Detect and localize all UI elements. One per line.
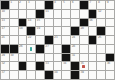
grid-cell[interactable]: 4 [54, 1, 62, 9]
grid-cell[interactable] [27, 45, 35, 53]
grid-cell[interactable]: 21 [1, 36, 9, 44]
grid-cell[interactable]: 10 [1, 10, 9, 18]
clue-number: 13 [2, 19, 5, 22]
clue-number: 25 [98, 36, 101, 39]
grid-cell[interactable] [36, 54, 44, 62]
clue-number: 38 [54, 71, 57, 74]
grid-cell[interactable] [45, 27, 53, 35]
grid-cell[interactable] [97, 62, 105, 70]
clue-number: 35 [80, 62, 83, 65]
grid-cell[interactable] [45, 19, 53, 27]
grid-cell[interactable]: 5 [62, 1, 70, 9]
grid-cell[interactable] [36, 71, 44, 79]
clue-number: 17 [2, 27, 5, 30]
grid-cell[interactable] [62, 27, 70, 35]
clue-number: 23 [54, 36, 57, 39]
black-square [80, 1, 88, 9]
clue-number: 30 [10, 54, 13, 57]
grid-cell[interactable] [10, 10, 18, 18]
grid-cell[interactable]: 30 [10, 54, 18, 62]
grid-cell[interactable] [10, 36, 18, 44]
grid-cell[interactable] [71, 19, 79, 27]
grid-cell[interactable] [62, 71, 70, 79]
clue-number: 4 [54, 1, 56, 4]
grid-cell[interactable] [80, 10, 88, 18]
black-square [36, 62, 44, 70]
grid-cell[interactable]: 35 [80, 62, 88, 70]
grid-cell[interactable]: 20 [80, 27, 88, 35]
clue-number: 15 [37, 19, 40, 22]
grid-cell[interactable] [106, 10, 114, 18]
clue-number: 1 [10, 1, 12, 4]
grid-cell[interactable]: 2 [19, 1, 27, 9]
grid-cell[interactable]: 29 [1, 54, 9, 62]
grid-cell[interactable] [97, 54, 105, 62]
black-square [71, 62, 79, 70]
black-square [36, 45, 44, 53]
black-square [71, 27, 79, 35]
grid-cell[interactable] [36, 36, 44, 44]
grid-cell[interactable]: 25 [97, 36, 105, 44]
grid-cell[interactable]: 9 [106, 1, 114, 9]
grid-cell[interactable]: 26 [19, 45, 27, 53]
clue-number: 10 [2, 10, 5, 13]
grid-cell[interactable]: 14 [27, 19, 35, 27]
clue-number: 9 [107, 1, 109, 4]
black-square [36, 10, 44, 18]
black-square [45, 71, 53, 79]
grid-cell[interactable] [27, 62, 35, 70]
grid-cell[interactable]: 12 [97, 10, 105, 18]
grid-cell[interactable]: 27 [45, 45, 53, 53]
grid-cell[interactable] [54, 62, 62, 70]
crossword-screenshot: 1234567891011121314151617181920212223242… [0, 0, 115, 80]
grid-cell[interactable]: 18 [19, 27, 27, 35]
clue-number: 16 [89, 19, 92, 22]
clue-number: 39 [80, 71, 83, 74]
grid-cell[interactable] [19, 71, 27, 79]
grid-cell[interactable] [106, 45, 114, 53]
grid-cell[interactable] [27, 54, 35, 62]
grid-cell[interactable] [19, 10, 27, 18]
black-square [19, 19, 27, 27]
black-square [62, 54, 70, 62]
grid-cell[interactable]: 13 [1, 19, 9, 27]
clue-number: 7 [89, 1, 91, 4]
grid-cell[interactable]: 36 [106, 62, 114, 70]
grid-cell[interactable]: 11 [45, 10, 53, 18]
grid-cell[interactable]: 34 [62, 62, 70, 70]
grid-cell[interactable] [89, 71, 97, 79]
grid-cell[interactable]: 1 [10, 1, 18, 9]
grid-cell[interactable] [54, 45, 62, 53]
grid-cell[interactable] [97, 45, 105, 53]
grid-cell[interactable] [97, 71, 105, 79]
black-square [27, 27, 35, 35]
grid-cell[interactable] [97, 19, 105, 27]
grid-cell[interactable] [106, 71, 114, 79]
grid-cell[interactable] [89, 62, 97, 70]
black-square [62, 45, 70, 53]
black-square [89, 36, 97, 44]
grid-cell[interactable] [106, 36, 114, 44]
clue-number: 6 [72, 1, 74, 4]
grid-cell[interactable] [54, 27, 62, 35]
clue-number: 27 [45, 45, 48, 48]
grid-cell[interactable]: 17 [1, 27, 9, 35]
clue-number: 26 [19, 45, 22, 48]
grid-cell[interactable]: 3 [27, 1, 35, 9]
grid-cell[interactable]: 8 [97, 1, 105, 9]
clue-number: 24 [72, 36, 75, 39]
grid-cell[interactable] [71, 10, 79, 18]
grid-cell[interactable] [80, 36, 88, 44]
grid-cell[interactable]: 38 [54, 71, 62, 79]
black-square [1, 1, 9, 9]
clue-number: 32 [2, 62, 5, 65]
grid-cell[interactable] [89, 54, 97, 62]
black-square [106, 54, 114, 62]
teal-pencil-mark [30, 47, 33, 51]
grid-cell[interactable] [62, 19, 70, 27]
clue-number: 20 [80, 27, 83, 30]
grid-cell[interactable] [80, 54, 88, 62]
grid-cell[interactable]: 31 [71, 54, 79, 62]
grid-cell[interactable]: 28 [71, 45, 79, 53]
grid-cell[interactable] [80, 45, 88, 53]
grid-cell[interactable] [45, 54, 53, 62]
grid-cell[interactable]: 22 [27, 36, 35, 44]
clue-number: 21 [2, 36, 5, 39]
clue-number: 22 [28, 36, 31, 39]
grid-cell[interactable] [10, 27, 18, 35]
black-square [1, 45, 9, 53]
grid-cell[interactable] [19, 54, 27, 62]
grid-cell[interactable] [106, 27, 114, 35]
grid-cell[interactable]: 33 [45, 62, 53, 70]
grid-cell[interactable] [54, 19, 62, 27]
clue-number: 29 [2, 54, 5, 57]
black-square [10, 45, 18, 53]
black-square [45, 36, 53, 44]
grid-cell[interactable]: 15 [36, 19, 44, 27]
grid-cell[interactable] [89, 27, 97, 35]
clue-number: 18 [19, 27, 22, 30]
grid-cell[interactable] [10, 62, 18, 70]
clue-number: 19 [37, 27, 40, 30]
clue-number: 28 [72, 45, 75, 48]
red-pencil-mark [82, 65, 85, 69]
grid-cell[interactable]: 19 [36, 27, 44, 35]
clue-number: 8 [98, 1, 100, 4]
clue-number: 2 [19, 1, 21, 4]
crossword-grid: 1234567891011121314151617181920212223242… [0, 0, 115, 80]
grid-cell[interactable]: 37 [1, 71, 9, 79]
black-square [80, 19, 88, 27]
clue-number: 37 [2, 71, 5, 74]
grid-cell[interactable]: 24 [71, 36, 79, 44]
grid-cell[interactable] [19, 36, 27, 44]
grid-cell[interactable] [10, 71, 18, 79]
clue-number: 36 [107, 62, 110, 65]
clue-number: 33 [45, 62, 48, 65]
grid-cell[interactable] [89, 45, 97, 53]
black-square [19, 62, 27, 70]
black-square [45, 1, 53, 9]
grid-cell[interactable] [36, 1, 44, 9]
grid-cell[interactable] [106, 19, 114, 27]
clue-number: 5 [63, 1, 65, 4]
clue-number: 31 [72, 54, 75, 57]
grid-cell[interactable] [62, 36, 70, 44]
clue-number: 11 [45, 10, 48, 13]
black-square [71, 71, 79, 79]
grid-cell[interactable] [27, 71, 35, 79]
clue-number: 12 [98, 10, 101, 13]
grid-cell[interactable]: 39 [80, 71, 88, 79]
grid-cell[interactable] [10, 19, 18, 27]
grid-cell[interactable] [27, 10, 35, 18]
black-square [97, 27, 105, 35]
grid-cell[interactable] [62, 10, 70, 18]
grid-cell[interactable]: 16 [89, 19, 97, 27]
clue-number: 14 [28, 19, 31, 22]
grid-cell[interactable] [54, 10, 62, 18]
grid-cell[interactable]: 23 [54, 36, 62, 44]
clue-number: 34 [63, 62, 66, 65]
black-square [89, 10, 97, 18]
grid-cell[interactable]: 6 [71, 1, 79, 9]
grid-cell[interactable] [54, 54, 62, 62]
grid-cell[interactable]: 7 [89, 1, 97, 9]
grid-cell[interactable]: 32 [1, 62, 9, 70]
clue-number: 3 [28, 1, 30, 4]
